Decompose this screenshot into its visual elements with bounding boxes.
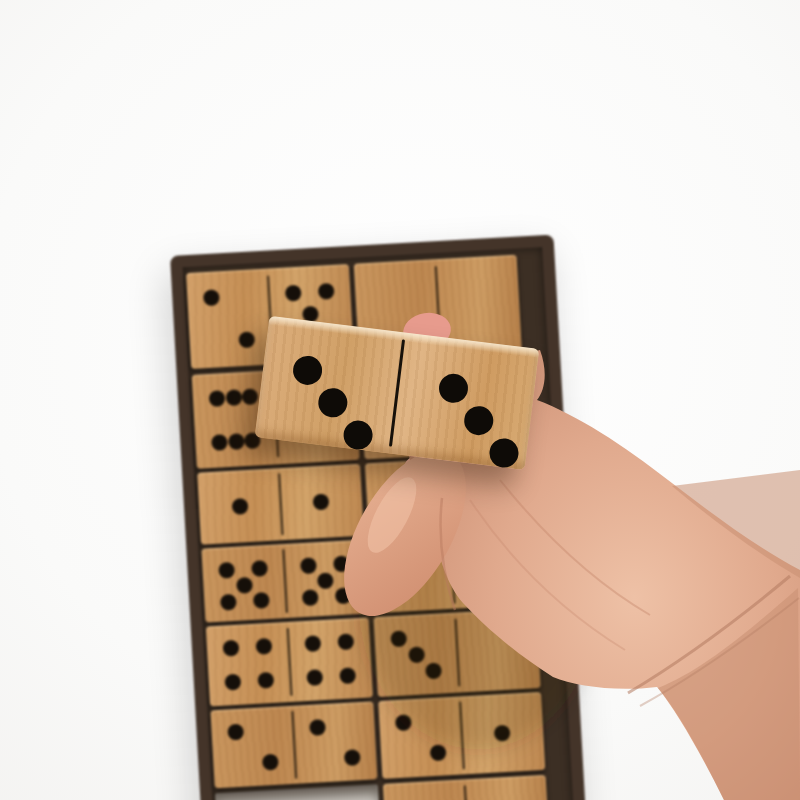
tray-domino-3-left bbox=[197, 464, 364, 545]
pip bbox=[285, 285, 302, 302]
wrist-crease bbox=[628, 576, 790, 693]
pip bbox=[306, 669, 323, 686]
pip bbox=[494, 725, 511, 742]
pip bbox=[262, 754, 279, 771]
pip bbox=[225, 390, 242, 407]
tray-domino-4-left bbox=[201, 540, 368, 623]
domino-half-right bbox=[460, 692, 546, 774]
pip bbox=[300, 557, 317, 574]
domino-tray bbox=[170, 235, 590, 800]
pip bbox=[242, 389, 259, 406]
pip bbox=[223, 640, 240, 657]
pip bbox=[291, 355, 323, 387]
pip bbox=[257, 672, 274, 689]
pip bbox=[228, 433, 245, 450]
domino-half-left bbox=[197, 468, 282, 544]
domino-half-left bbox=[206, 622, 292, 706]
domino-half-left bbox=[365, 459, 450, 535]
pip bbox=[313, 494, 330, 511]
pip bbox=[425, 662, 442, 679]
forearm bbox=[658, 470, 800, 800]
pip bbox=[256, 638, 273, 655]
domino-half-left bbox=[383, 779, 470, 800]
tray-domino-5-left bbox=[206, 617, 373, 706]
tray-row-5 bbox=[203, 607, 567, 707]
pip bbox=[333, 555, 350, 572]
pip bbox=[228, 723, 245, 740]
pip bbox=[334, 587, 351, 604]
pip bbox=[342, 419, 374, 451]
tray-domino-4-right bbox=[369, 530, 536, 613]
tray-domino-7-right bbox=[383, 775, 551, 800]
domino-half-right bbox=[455, 608, 541, 692]
domino-half-left bbox=[373, 613, 459, 697]
pip bbox=[225, 674, 242, 691]
domino-half-left bbox=[378, 697, 464, 779]
pip bbox=[430, 745, 447, 762]
pip bbox=[220, 593, 237, 610]
pip bbox=[203, 289, 220, 306]
tray-domino-6-left bbox=[210, 701, 377, 788]
domino-half-right bbox=[283, 540, 369, 618]
pip bbox=[395, 714, 412, 731]
held-domino-right-half bbox=[400, 334, 561, 473]
domino-half-right bbox=[279, 464, 364, 540]
pip bbox=[209, 391, 226, 408]
tray-row-6 bbox=[207, 691, 571, 789]
pip bbox=[317, 387, 349, 419]
pip bbox=[462, 405, 494, 437]
domino-half-left bbox=[201, 544, 287, 622]
pip bbox=[437, 373, 469, 405]
domino-half-left bbox=[369, 535, 455, 613]
domino-half-left bbox=[210, 706, 296, 788]
pip bbox=[253, 592, 270, 609]
pip bbox=[302, 589, 319, 606]
pip bbox=[343, 749, 360, 766]
pip bbox=[391, 630, 408, 647]
pip bbox=[251, 560, 268, 577]
pip bbox=[219, 562, 236, 579]
pip bbox=[337, 633, 354, 650]
tray-domino-5-right bbox=[373, 608, 540, 697]
wrist-crease-2 bbox=[640, 598, 799, 706]
domino-half-right bbox=[464, 775, 551, 800]
domino-half-right bbox=[292, 701, 378, 783]
tray-domino-6-right bbox=[378, 692, 545, 779]
pip bbox=[317, 283, 334, 300]
domino-half-right bbox=[287, 617, 373, 701]
pip bbox=[231, 498, 248, 515]
domino-half-right bbox=[450, 530, 536, 608]
pip bbox=[317, 572, 334, 589]
pip bbox=[408, 646, 425, 663]
domino-half-left bbox=[186, 269, 273, 369]
pip bbox=[304, 635, 321, 652]
pip bbox=[488, 437, 520, 469]
scene: 3|3 bbox=[0, 0, 800, 800]
pip bbox=[211, 434, 228, 451]
tray-row-4 bbox=[198, 529, 562, 623]
pip bbox=[238, 332, 255, 349]
pip bbox=[339, 667, 356, 684]
pip bbox=[309, 719, 326, 736]
pip bbox=[236, 577, 253, 594]
